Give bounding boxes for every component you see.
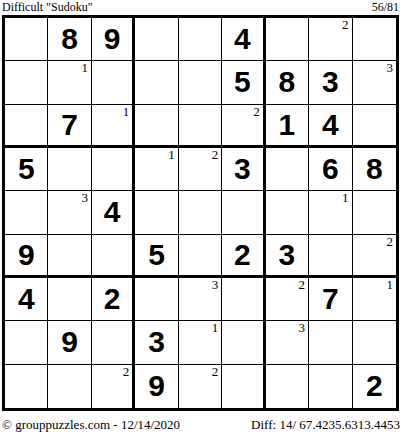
cell-r5c3: 4 xyxy=(92,191,135,234)
given-digit: 4 xyxy=(234,24,251,54)
header: Difficult "Sudoku" 56/81 xyxy=(0,0,402,15)
sudoku-board: 8942158337121451236834195232423271931329… xyxy=(2,15,399,411)
given-digit: 8 xyxy=(61,24,78,54)
cell-r6c5 xyxy=(179,235,222,278)
cell-r4c7 xyxy=(266,148,309,191)
sudoku-page: Difficult "Sudoku" 56/81 894215833712145… xyxy=(0,0,402,437)
cell-r9c9: 2 xyxy=(353,365,396,408)
given-digit: 5 xyxy=(234,67,251,97)
pencil-mark: 1 xyxy=(342,191,349,205)
cell-r4c2 xyxy=(48,148,91,191)
pencil-mark: 1 xyxy=(168,148,175,162)
given-digit: 3 xyxy=(322,67,339,97)
progress-counter: 56/81 xyxy=(372,1,399,13)
pencil-mark: 2 xyxy=(386,235,393,249)
cell-r8c5: 1 xyxy=(179,321,222,364)
cell-r7c5: 3 xyxy=(179,278,222,321)
pencil-mark: 2 xyxy=(342,18,349,32)
pencil-mark: 3 xyxy=(212,278,219,292)
cell-r6c7: 3 xyxy=(266,235,309,278)
given-digit: 2 xyxy=(104,284,121,314)
cell-r2c4 xyxy=(135,61,178,104)
cell-r4c5: 2 xyxy=(179,148,222,191)
cell-r7c9: 1 xyxy=(353,278,396,321)
cell-r9c1 xyxy=(5,365,48,408)
pencil-mark: 1 xyxy=(81,61,88,75)
cell-r9c7 xyxy=(266,365,309,408)
cell-r9c5: 2 xyxy=(179,365,222,408)
pencil-mark: 2 xyxy=(299,278,306,292)
cell-r1c4 xyxy=(135,18,178,61)
cell-r7c8: 7 xyxy=(309,278,352,321)
pencil-mark: 3 xyxy=(299,321,306,335)
pencil-mark: 2 xyxy=(123,365,130,379)
cell-r7c6 xyxy=(222,278,265,321)
cell-r1c8: 2 xyxy=(309,18,352,61)
cell-r8c1 xyxy=(5,321,48,364)
cell-r6c1: 9 xyxy=(5,235,48,278)
cell-r6c6: 2 xyxy=(222,235,265,278)
cell-r1c2: 8 xyxy=(48,18,91,61)
given-digit: 6 xyxy=(322,154,339,184)
cell-r5c7 xyxy=(266,191,309,234)
cell-r3c1 xyxy=(5,105,48,148)
cell-r2c8: 3 xyxy=(309,61,352,104)
cell-r7c2 xyxy=(48,278,91,321)
cell-r4c4: 1 xyxy=(135,148,178,191)
cell-r8c7: 3 xyxy=(266,321,309,364)
given-digit: 9 xyxy=(61,327,78,357)
cell-r9c8 xyxy=(309,365,352,408)
cell-r9c6 xyxy=(222,365,265,408)
given-digit: 7 xyxy=(61,110,78,140)
cell-r3c9 xyxy=(353,105,396,148)
cell-r3c8: 4 xyxy=(309,105,352,148)
footer: © grouppuzzles.com - 12/14/2020 Diff: 14… xyxy=(0,411,402,432)
given-digit: 2 xyxy=(234,240,251,270)
cell-r3c4 xyxy=(135,105,178,148)
given-digit: 2 xyxy=(366,371,383,401)
cell-r2c3 xyxy=(92,61,135,104)
cell-r4c9: 8 xyxy=(353,148,396,191)
cell-r9c2 xyxy=(48,365,91,408)
cell-r4c1: 5 xyxy=(5,148,48,191)
cell-r3c6: 2 xyxy=(222,105,265,148)
cell-r8c2: 9 xyxy=(48,321,91,364)
given-digit: 8 xyxy=(279,67,296,97)
pencil-mark: 1 xyxy=(386,278,393,292)
cell-r6c3 xyxy=(92,235,135,278)
cell-r5c9 xyxy=(353,191,396,234)
cell-r1c3: 9 xyxy=(92,18,135,61)
cell-r4c6: 3 xyxy=(222,148,265,191)
cell-r1c6: 4 xyxy=(222,18,265,61)
given-digit: 9 xyxy=(104,24,121,54)
cell-r8c9 xyxy=(353,321,396,364)
cell-r5c8: 1 xyxy=(309,191,352,234)
cell-r2c2: 1 xyxy=(48,61,91,104)
cell-r2c7: 8 xyxy=(266,61,309,104)
cell-r8c3 xyxy=(92,321,135,364)
cell-r5c2: 3 xyxy=(48,191,91,234)
cell-r9c3: 2 xyxy=(92,365,135,408)
cell-r2c5 xyxy=(179,61,222,104)
copyright-text: © grouppuzzles.com - 12/14/2020 xyxy=(2,418,180,432)
cell-r6c2 xyxy=(48,235,91,278)
cell-r5c4 xyxy=(135,191,178,234)
cell-r1c1 xyxy=(5,18,48,61)
cell-r1c7 xyxy=(266,18,309,61)
page-title: Difficult "Sudoku" xyxy=(2,1,93,13)
given-digit: 3 xyxy=(279,240,296,270)
cell-r4c3 xyxy=(92,148,135,191)
cell-r7c3: 2 xyxy=(92,278,135,321)
cell-r8c4: 3 xyxy=(135,321,178,364)
given-digit: 8 xyxy=(366,154,383,184)
given-digit: 4 xyxy=(104,197,121,227)
cell-r7c7: 2 xyxy=(266,278,309,321)
given-digit: 3 xyxy=(148,327,165,357)
difficulty-text: Diff: 14/ 67.4235.6313.4453 xyxy=(251,418,400,432)
pencil-mark: 2 xyxy=(253,105,260,119)
cell-r2c1 xyxy=(5,61,48,104)
cell-r3c5 xyxy=(179,105,222,148)
cell-r9c4: 9 xyxy=(135,365,178,408)
cell-r3c7: 1 xyxy=(266,105,309,148)
given-digit: 5 xyxy=(18,154,35,184)
given-digit: 4 xyxy=(18,284,35,314)
pencil-mark: 1 xyxy=(123,105,130,119)
given-digit: 9 xyxy=(18,240,35,270)
given-digit: 4 xyxy=(322,110,339,140)
pencil-mark: 3 xyxy=(386,61,393,75)
cell-r7c4 xyxy=(135,278,178,321)
cell-r3c2: 7 xyxy=(48,105,91,148)
cell-r1c5 xyxy=(179,18,222,61)
cell-r5c5 xyxy=(179,191,222,234)
given-digit: 5 xyxy=(148,240,165,270)
given-digit: 3 xyxy=(234,154,251,184)
cell-r7c1: 4 xyxy=(5,278,48,321)
pencil-mark: 3 xyxy=(81,191,88,205)
cell-r6c8 xyxy=(309,235,352,278)
pencil-mark: 2 xyxy=(212,148,219,162)
cell-r2c6: 5 xyxy=(222,61,265,104)
pencil-mark: 1 xyxy=(212,321,219,335)
pencil-mark: 2 xyxy=(212,365,219,379)
cell-r6c4: 5 xyxy=(135,235,178,278)
given-digit: 7 xyxy=(322,284,339,314)
cell-r6c9: 2 xyxy=(353,235,396,278)
cell-r8c8 xyxy=(309,321,352,364)
given-digit: 9 xyxy=(148,371,165,401)
cell-r2c9: 3 xyxy=(353,61,396,104)
cell-r5c1 xyxy=(5,191,48,234)
cell-r3c3: 1 xyxy=(92,105,135,148)
cell-r8c6 xyxy=(222,321,265,364)
given-digit: 1 xyxy=(279,110,296,140)
cell-r1c9 xyxy=(353,18,396,61)
cell-r4c8: 6 xyxy=(309,148,352,191)
cell-r5c6 xyxy=(222,191,265,234)
